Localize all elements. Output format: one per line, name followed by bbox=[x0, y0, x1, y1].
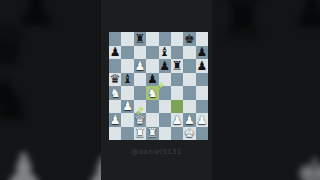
square-e7[interactable]: ♝ bbox=[159, 46, 171, 60]
square-b4[interactable] bbox=[121, 86, 133, 100]
square-f2[interactable]: ♟ bbox=[171, 113, 183, 127]
square-c6[interactable]: ♟ bbox=[134, 59, 146, 73]
square-d2[interactable] bbox=[146, 113, 158, 127]
square-b7[interactable] bbox=[121, 46, 133, 60]
square-e2[interactable] bbox=[159, 113, 171, 127]
square-a8[interactable] bbox=[109, 32, 121, 46]
piece-black-pawn[interactable]: ♟ bbox=[196, 46, 207, 58]
square-a3[interactable] bbox=[109, 100, 121, 114]
square-g1[interactable]: ♚ bbox=[183, 127, 195, 141]
square-e4[interactable] bbox=[159, 86, 171, 100]
piece-black-pawn[interactable]: ♟ bbox=[147, 73, 158, 85]
square-b8[interactable] bbox=[121, 32, 133, 46]
square-g8[interactable]: ♚ bbox=[183, 32, 195, 46]
blurred-black-queen-icon: ♛ bbox=[0, 19, 30, 73]
square-e8[interactable] bbox=[159, 32, 171, 46]
piece-white-pawn[interactable]: ♟ bbox=[172, 113, 183, 125]
square-g3[interactable] bbox=[183, 100, 195, 114]
piece-black-rook[interactable]: ♜ bbox=[135, 32, 146, 44]
square-h7[interactable]: ♟ bbox=[196, 46, 208, 60]
blurred-white-king-icon: ♚ bbox=[295, 153, 320, 180]
piece-white-pawn[interactable]: ♟ bbox=[196, 113, 207, 125]
square-h4[interactable] bbox=[196, 86, 208, 100]
piece-white-rook[interactable]: ♜ bbox=[147, 127, 158, 139]
square-c2[interactable]: ♛ bbox=[134, 113, 146, 127]
square-g2[interactable]: ♟ bbox=[183, 113, 195, 127]
video-frame: ♟♛♞♟♟♜♟♚ ♜♚♟♝♟♟♟♜♟♛♝♟♞♞♟♟♛♟♟♟♜♜♚ @daniel… bbox=[0, 0, 320, 180]
square-g6[interactable] bbox=[183, 59, 195, 73]
square-e1[interactable] bbox=[159, 127, 171, 141]
square-f8[interactable] bbox=[171, 32, 183, 46]
square-e6[interactable]: ♟ bbox=[159, 59, 171, 73]
square-a4[interactable]: ♞ bbox=[109, 86, 121, 100]
square-h6[interactable]: ♟ bbox=[196, 59, 208, 73]
square-d3[interactable] bbox=[146, 100, 158, 114]
piece-white-knight[interactable]: ♞ bbox=[110, 86, 121, 98]
piece-black-bishop[interactable]: ♝ bbox=[122, 73, 133, 85]
square-c4[interactable] bbox=[134, 86, 146, 100]
square-d5[interactable]: ♟ bbox=[146, 73, 158, 87]
square-c5[interactable] bbox=[134, 73, 146, 87]
blurred-black-rook-icon: ♜ bbox=[218, 0, 268, 46]
square-d1[interactable]: ♜ bbox=[146, 127, 158, 141]
piece-black-pawn[interactable]: ♟ bbox=[196, 59, 207, 71]
square-c1[interactable]: ♜ bbox=[134, 127, 146, 141]
piece-black-pawn[interactable]: ♟ bbox=[110, 46, 121, 58]
square-b1[interactable] bbox=[121, 127, 133, 141]
piece-white-pawn[interactable]: ♟ bbox=[184, 113, 195, 125]
square-a5[interactable]: ♛ bbox=[109, 73, 121, 87]
square-a2[interactable]: ♟ bbox=[109, 113, 121, 127]
square-f5[interactable] bbox=[171, 73, 183, 87]
piece-black-bishop[interactable]: ♝ bbox=[159, 46, 170, 58]
square-d6[interactable] bbox=[146, 59, 158, 73]
square-g4[interactable] bbox=[183, 86, 195, 100]
piece-white-rook[interactable]: ♜ bbox=[135, 127, 146, 139]
square-f7[interactable] bbox=[171, 46, 183, 60]
blurred-black-pawn-icon: ♟ bbox=[291, 0, 320, 33]
square-b5[interactable]: ♝ bbox=[121, 73, 133, 87]
square-g7[interactable] bbox=[183, 46, 195, 60]
square-h5[interactable] bbox=[196, 73, 208, 87]
piece-white-queen[interactable]: ♛ bbox=[135, 113, 146, 125]
blurred-black-knight-icon: ♞ bbox=[0, 72, 33, 128]
square-f4[interactable] bbox=[171, 86, 183, 100]
square-g5[interactable] bbox=[183, 73, 195, 87]
square-a6[interactable] bbox=[109, 59, 121, 73]
blurred-white-pawn-icon: ♟ bbox=[2, 147, 47, 180]
watermark-username: @daniel3131 bbox=[101, 148, 212, 156]
square-b6[interactable] bbox=[121, 59, 133, 73]
piece-white-king[interactable]: ♚ bbox=[184, 127, 195, 139]
square-f6[interactable]: ♜ bbox=[171, 59, 183, 73]
chess-board[interactable]: ♜♚♟♝♟♟♟♜♟♛♝♟♞♞♟♟♛♟♟♟♜♜♚ bbox=[109, 32, 208, 140]
square-h3[interactable] bbox=[196, 100, 208, 114]
piece-white-pawn[interactable]: ♟ bbox=[122, 100, 133, 112]
piece-black-queen[interactable]: ♛ bbox=[110, 73, 121, 85]
piece-white-pawn[interactable]: ♟ bbox=[110, 113, 121, 125]
square-h1[interactable] bbox=[196, 127, 208, 141]
square-d7[interactable] bbox=[146, 46, 158, 60]
square-h8[interactable] bbox=[196, 32, 208, 46]
square-b2[interactable] bbox=[121, 113, 133, 127]
square-a7[interactable]: ♟ bbox=[109, 46, 121, 60]
piece-white-pawn[interactable]: ♟ bbox=[135, 59, 146, 71]
square-f1[interactable] bbox=[171, 127, 183, 141]
square-h2[interactable]: ♟ bbox=[196, 113, 208, 127]
square-e5[interactable] bbox=[159, 73, 171, 87]
piece-white-knight[interactable]: ♞ bbox=[147, 86, 158, 98]
piece-black-rook[interactable]: ♜ bbox=[172, 59, 183, 71]
piece-black-pawn[interactable]: ♟ bbox=[159, 59, 170, 71]
square-f3[interactable] bbox=[171, 100, 183, 114]
square-d8[interactable] bbox=[146, 32, 158, 46]
square-a1[interactable] bbox=[109, 127, 121, 141]
blurred-black-pawn-icon: ♟ bbox=[14, 0, 57, 32]
square-b3[interactable]: ♟ bbox=[121, 100, 133, 114]
square-c7[interactable] bbox=[134, 46, 146, 60]
square-c8[interactable]: ♜ bbox=[134, 32, 146, 46]
square-c3[interactable] bbox=[134, 100, 146, 114]
square-d4[interactable]: ♞ bbox=[146, 86, 158, 100]
square-e3[interactable] bbox=[159, 100, 171, 114]
piece-black-king[interactable]: ♚ bbox=[184, 32, 195, 44]
